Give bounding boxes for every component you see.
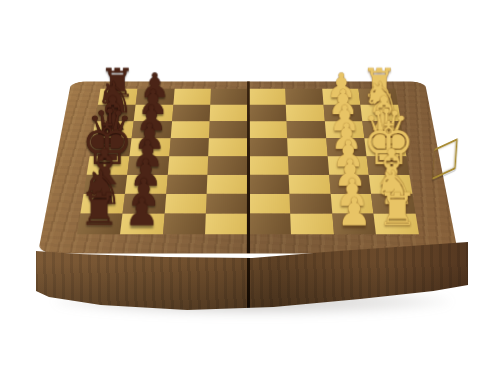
fold-seam-top [246, 81, 249, 253]
square[interactable] [248, 89, 286, 105]
piece-black-pawn[interactable]: ♟ [107, 193, 176, 232]
square[interactable] [248, 194, 290, 214]
square[interactable] [210, 89, 248, 105]
square[interactable] [205, 214, 248, 235]
square[interactable] [206, 194, 248, 214]
square[interactable] [248, 156, 288, 174]
square[interactable] [248, 105, 286, 122]
chess-board: ♜♟♟♜♞♟♟♞♝♟♟♝♛♟♟♛♚♟♟♚♝♟♟♝♞♟♟♞♜♟♟♜ [38, 81, 458, 253]
square[interactable] [207, 175, 248, 194]
square[interactable]: ♟ [120, 214, 164, 235]
board-perspective-stage: ♜♟♟♜♞♟♟♞♝♟♟♝♛♟♟♛♚♟♟♚♝♟♟♝♞♟♟♞♜♟♟♜ [0, 0, 500, 383]
chess-set-photo: ♜♟♟♜♞♟♟♞♝♟♟♝♛♟♟♛♚♟♟♚♝♟♟♝♞♟♟♞♜♟♟♜ [0, 0, 500, 383]
square[interactable] [248, 214, 291, 235]
piece-white-rook[interactable]: ♜ [363, 187, 432, 232]
square[interactable]: ♜ [374, 214, 419, 235]
fold-seam-front [247, 249, 250, 311]
square[interactable] [248, 175, 289, 194]
square[interactable] [208, 156, 248, 174]
square[interactable] [210, 105, 248, 122]
